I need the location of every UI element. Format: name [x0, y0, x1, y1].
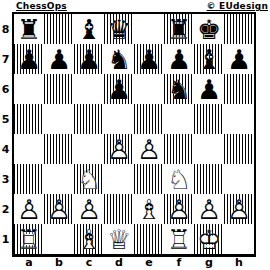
- piece-wP: ♙: [104, 134, 134, 164]
- piece-fill: ♟: [164, 194, 194, 224]
- square-f4[interactable]: [164, 134, 194, 164]
- piece-bP: ♟: [14, 44, 44, 74]
- piece-fill: ♛: [104, 224, 134, 254]
- square-h1[interactable]: [224, 224, 254, 254]
- piece-wR: ♖: [164, 224, 194, 254]
- piece-fill: ♚: [194, 224, 224, 254]
- piece-fill: ♟: [74, 44, 104, 74]
- square-b6[interactable]: [44, 74, 74, 104]
- piece-wP: ♙: [44, 194, 74, 224]
- square-c8[interactable]: ♝♝: [74, 14, 104, 44]
- piece-bP: ♟: [74, 44, 104, 74]
- square-g3[interactable]: [194, 164, 224, 194]
- square-b7[interactable]: ♟♟: [44, 44, 74, 74]
- square-c2[interactable]: ♟♙: [74, 194, 104, 224]
- square-b4[interactable]: [44, 134, 74, 164]
- piece-fill: ♝: [74, 224, 104, 254]
- square-f5[interactable]: [164, 104, 194, 134]
- piece-bP: ♟: [194, 74, 224, 104]
- rank-labels: 87654321: [0, 14, 11, 254]
- square-f8[interactable]: ♜♜: [164, 14, 194, 44]
- piece-fill: ♜: [14, 224, 44, 254]
- piece-fill: ♜: [14, 14, 44, 44]
- piece-wR: ♖: [14, 224, 44, 254]
- file-label-a: a: [14, 256, 44, 269]
- square-g5[interactable]: [194, 104, 224, 134]
- square-e6[interactable]: [134, 74, 164, 104]
- square-b8[interactable]: [44, 14, 74, 44]
- rank-label-1: 1: [0, 224, 11, 254]
- square-h4[interactable]: [224, 134, 254, 164]
- eudesign-copyright-link[interactable]: © EUdesign: [207, 1, 268, 11]
- square-e5[interactable]: [134, 104, 164, 134]
- square-h2[interactable]: ♟♙: [224, 194, 254, 224]
- piece-bP: ♟: [104, 74, 134, 104]
- file-label-f: f: [164, 256, 194, 269]
- square-e2[interactable]: ♝♗: [134, 194, 164, 224]
- piece-fill: ♟: [194, 194, 224, 224]
- square-h8[interactable]: [224, 14, 254, 44]
- square-c7[interactable]: ♟♟: [74, 44, 104, 74]
- square-d1[interactable]: ♛♕: [104, 224, 134, 254]
- piece-fill: ♞: [104, 44, 134, 74]
- piece-fill: ♟: [74, 194, 104, 224]
- piece-fill: ♛: [104, 14, 134, 44]
- square-d7[interactable]: ♞♞: [104, 44, 134, 74]
- piece-fill: ♟: [104, 134, 134, 164]
- piece-wP: ♙: [224, 194, 254, 224]
- piece-fill: ♜: [164, 14, 194, 44]
- file-label-g: g: [194, 256, 224, 269]
- piece-bN: ♞: [104, 44, 134, 74]
- piece-bR: ♜: [164, 14, 194, 44]
- piece-wP: ♙: [134, 134, 164, 164]
- piece-bB: ♝: [74, 14, 104, 44]
- board: ♜♜♝♝♛♛♜♜♚♚♟♟♟♟♟♟♞♞♟♟♟♟♝♝♟♟♟♟♞♞♟♟♟♙♟♙♞♘♞♘…: [12, 12, 256, 257]
- piece-bN: ♞: [164, 74, 194, 104]
- piece-wB: ♗: [74, 224, 104, 254]
- square-b2[interactable]: ♟♙: [44, 194, 74, 224]
- square-e8[interactable]: [134, 14, 164, 44]
- piece-fill: ♞: [74, 164, 104, 194]
- square-a3[interactable]: [14, 164, 44, 194]
- piece-fill: ♟: [164, 44, 194, 74]
- piece-bR: ♜: [14, 14, 44, 44]
- piece-bP: ♟: [224, 44, 254, 74]
- square-h3[interactable]: [224, 164, 254, 194]
- file-labels: abcdefgh: [14, 256, 254, 269]
- piece-fill: ♝: [134, 194, 164, 224]
- square-c5[interactable]: [74, 104, 104, 134]
- rank-label-8: 8: [0, 14, 11, 44]
- square-a6[interactable]: [14, 74, 44, 104]
- square-e7[interactable]: ♟♟: [134, 44, 164, 74]
- square-f6[interactable]: ♞♞: [164, 74, 194, 104]
- square-g6[interactable]: ♟♟: [194, 74, 224, 104]
- square-d2[interactable]: [104, 194, 134, 224]
- piece-fill: ♟: [134, 134, 164, 164]
- rank-label-3: 3: [0, 164, 11, 194]
- square-c4[interactable]: [74, 134, 104, 164]
- file-label-b: b: [44, 256, 74, 269]
- piece-wN: ♘: [164, 164, 194, 194]
- square-c1[interactable]: ♝♗: [74, 224, 104, 254]
- file-label-c: c: [74, 256, 104, 269]
- square-g8[interactable]: ♚♚: [194, 14, 224, 44]
- piece-fill: ♞: [164, 74, 194, 104]
- piece-fill: ♟: [224, 194, 254, 224]
- piece-bP: ♟: [164, 44, 194, 74]
- piece-bK: ♚: [194, 14, 224, 44]
- piece-fill: ♟: [14, 44, 44, 74]
- square-g4[interactable]: [194, 134, 224, 164]
- piece-fill: ♟: [224, 44, 254, 74]
- square-f2[interactable]: ♟♙: [164, 194, 194, 224]
- piece-fill: ♟: [134, 44, 164, 74]
- piece-bQ: ♛: [104, 14, 134, 44]
- square-h7[interactable]: ♟♟: [224, 44, 254, 74]
- piece-fill: ♚: [194, 14, 224, 44]
- piece-wB: ♗: [134, 194, 164, 224]
- piece-fill: ♟: [14, 194, 44, 224]
- square-e3[interactable]: [134, 164, 164, 194]
- piece-bP: ♟: [44, 44, 74, 74]
- square-d8[interactable]: ♛♛: [104, 14, 134, 44]
- piece-fill: ♟: [194, 74, 224, 104]
- square-b5[interactable]: [44, 104, 74, 134]
- piece-wQ: ♕: [104, 224, 134, 254]
- square-a7[interactable]: ♟♟: [14, 44, 44, 74]
- rank-label-2: 2: [0, 194, 11, 224]
- piece-fill: ♟: [44, 194, 74, 224]
- square-d4[interactable]: ♟♙: [104, 134, 134, 164]
- square-c6[interactable]: [74, 74, 104, 104]
- square-b1[interactable]: [44, 224, 74, 254]
- square-f1[interactable]: ♜♖: [164, 224, 194, 254]
- rank-label-5: 5: [0, 104, 11, 134]
- square-a1[interactable]: ♜♖: [14, 224, 44, 254]
- square-e1[interactable]: [134, 224, 164, 254]
- file-label-d: d: [104, 256, 134, 269]
- square-d5[interactable]: [104, 104, 134, 134]
- square-a8[interactable]: ♜♜: [14, 14, 44, 44]
- piece-fill: ♟: [44, 44, 74, 74]
- square-f7[interactable]: ♟♟: [164, 44, 194, 74]
- square-e4[interactable]: ♟♙: [134, 134, 164, 164]
- square-g7[interactable]: ♝♝: [194, 44, 224, 74]
- file-label-e: e: [134, 256, 164, 269]
- square-d3[interactable]: [104, 164, 134, 194]
- piece-wN: ♘: [74, 164, 104, 194]
- square-a5[interactable]: [14, 104, 44, 134]
- file-label-h: h: [224, 256, 254, 269]
- rank-label-4: 4: [0, 134, 11, 164]
- rank-label-6: 6: [0, 74, 11, 104]
- piece-bP: ♟: [134, 44, 164, 74]
- piece-fill: ♝: [74, 14, 104, 44]
- square-b3[interactable]: [44, 164, 74, 194]
- piece-fill: ♝: [194, 44, 224, 74]
- piece-bB: ♝: [194, 44, 224, 74]
- square-c3[interactable]: ♞♘: [74, 164, 104, 194]
- square-a2[interactable]: ♟♙: [14, 194, 44, 224]
- rank-label-7: 7: [0, 44, 11, 74]
- piece-wP: ♙: [74, 194, 104, 224]
- square-g1[interactable]: ♚♔: [194, 224, 224, 254]
- square-h6[interactable]: [224, 74, 254, 104]
- piece-wP: ♙: [164, 194, 194, 224]
- square-a4[interactable]: [14, 134, 44, 164]
- chessops-link[interactable]: ChessOps: [16, 1, 67, 11]
- piece-fill: ♜: [164, 224, 194, 254]
- square-d6[interactable]: ♟♟: [104, 74, 134, 104]
- square-g2[interactable]: ♟♙: [194, 194, 224, 224]
- square-h5[interactable]: [224, 104, 254, 134]
- piece-wP: ♙: [194, 194, 224, 224]
- square-f3[interactable]: ♞♘: [164, 164, 194, 194]
- piece-fill: ♟: [104, 74, 134, 104]
- piece-wP: ♙: [14, 194, 44, 224]
- piece-fill: ♞: [164, 164, 194, 194]
- piece-wK: ♔: [194, 224, 224, 254]
